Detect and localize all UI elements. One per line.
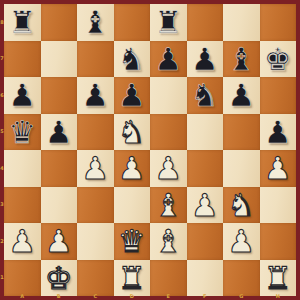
square-g2[interactable]: ♟ (223, 223, 260, 260)
piece-black-bishop: ♝ (227, 41, 255, 77)
square-h7[interactable]: ♚ (260, 41, 297, 78)
piece-white-pawn: ♟ (264, 150, 292, 186)
square-e5[interactable] (150, 114, 187, 151)
square-h5[interactable]: ♟ (260, 114, 297, 151)
piece-white-bishop: ♝ (154, 223, 182, 259)
square-a8[interactable]: ♜ (4, 4, 41, 41)
rank-label-7: 7 (0, 41, 4, 78)
rank-label-1: 1 (0, 260, 4, 297)
file-label-a: A (4, 293, 41, 300)
piece-white-pawn: ♟ (154, 150, 182, 186)
square-d5[interactable]: ♞ (114, 114, 151, 151)
square-f6[interactable]: ♞ (187, 77, 224, 114)
file-label-b: B (41, 293, 78, 300)
square-c7[interactable] (77, 41, 114, 78)
square-h3[interactable] (260, 187, 297, 224)
square-f2[interactable] (187, 223, 224, 260)
square-d8[interactable] (114, 4, 151, 41)
square-c1[interactable] (77, 260, 114, 297)
rank-label-3: 3 (0, 187, 4, 224)
square-a2[interactable]: ♟ (4, 223, 41, 260)
square-b4[interactable] (41, 150, 78, 187)
square-d1[interactable]: ♜ (114, 260, 151, 297)
file-label-d: D (114, 293, 151, 300)
piece-black-queen: ♛ (8, 114, 36, 150)
rank-label-2: 2 (0, 223, 4, 260)
rank-label-8: 8 (0, 4, 4, 41)
square-b6[interactable] (41, 77, 78, 114)
piece-white-pawn: ♟ (191, 187, 219, 223)
square-e2[interactable]: ♝ (150, 223, 187, 260)
file-label-f: F (187, 293, 224, 300)
chess-board-frame: ♜♝♜♞♟♟♝♚♟♟♟♞♟♛♟♞♟♟♟♟♟♝♟♞♟♟♛♝♟♚♜♜ 8765432… (0, 0, 300, 300)
piece-black-rook: ♜ (8, 4, 36, 40)
square-a5[interactable]: ♛ (4, 114, 41, 151)
piece-white-pawn: ♟ (45, 223, 73, 259)
square-h6[interactable] (260, 77, 297, 114)
square-g6[interactable]: ♟ (223, 77, 260, 114)
square-b2[interactable]: ♟ (41, 223, 78, 260)
piece-black-knight: ♞ (191, 77, 219, 113)
square-g1[interactable] (223, 260, 260, 297)
square-c4[interactable]: ♟ (77, 150, 114, 187)
square-f8[interactable] (187, 4, 224, 41)
square-d2[interactable]: ♛ (114, 223, 151, 260)
square-g3[interactable]: ♞ (223, 187, 260, 224)
square-b3[interactable] (41, 187, 78, 224)
square-e1[interactable] (150, 260, 187, 297)
square-g4[interactable] (223, 150, 260, 187)
square-h1[interactable]: ♜ (260, 260, 297, 297)
square-d4[interactable]: ♟ (114, 150, 151, 187)
square-d7[interactable]: ♞ (114, 41, 151, 78)
square-b8[interactable] (41, 4, 78, 41)
square-a1[interactable] (4, 260, 41, 297)
piece-black-pawn: ♟ (45, 114, 73, 150)
piece-white-pawn: ♟ (81, 150, 109, 186)
square-f4[interactable] (187, 150, 224, 187)
chess-board: ♜♝♜♞♟♟♝♚♟♟♟♞♟♛♟♞♟♟♟♟♟♝♟♞♟♟♛♝♟♚♜♜ (4, 4, 296, 296)
file-label-c: C (77, 293, 114, 300)
piece-white-knight: ♞ (227, 187, 255, 223)
piece-white-bishop: ♝ (154, 187, 182, 223)
piece-white-queen: ♛ (118, 223, 146, 259)
rank-label-6: 6 (0, 77, 4, 114)
piece-black-pawn: ♟ (264, 114, 292, 150)
piece-white-pawn: ♟ (118, 150, 146, 186)
square-a6[interactable]: ♟ (4, 77, 41, 114)
piece-white-knight: ♞ (118, 114, 146, 150)
file-label-e: E (150, 293, 187, 300)
square-b1[interactable]: ♚ (41, 260, 78, 297)
rank-label-5: 5 (0, 114, 4, 151)
square-g5[interactable] (223, 114, 260, 151)
square-c6[interactable]: ♟ (77, 77, 114, 114)
file-label-g: G (223, 293, 260, 300)
square-h2[interactable] (260, 223, 297, 260)
piece-black-king: ♚ (264, 41, 292, 77)
square-e8[interactable]: ♜ (150, 4, 187, 41)
piece-black-pawn: ♟ (81, 77, 109, 113)
piece-black-pawn: ♟ (154, 41, 182, 77)
square-g8[interactable] (223, 4, 260, 41)
square-c8[interactable]: ♝ (77, 4, 114, 41)
piece-white-rook: ♜ (264, 260, 292, 296)
square-f1[interactable] (187, 260, 224, 297)
square-h8[interactable] (260, 4, 297, 41)
square-b7[interactable] (41, 41, 78, 78)
square-d3[interactable] (114, 187, 151, 224)
piece-black-pawn: ♟ (227, 77, 255, 113)
square-c2[interactable] (77, 223, 114, 260)
rank-label-4: 4 (0, 150, 4, 187)
piece-white-king: ♚ (45, 260, 73, 296)
square-a4[interactable] (4, 150, 41, 187)
piece-white-pawn: ♟ (8, 223, 36, 259)
square-g7[interactable]: ♝ (223, 41, 260, 78)
square-h4[interactable]: ♟ (260, 150, 297, 187)
square-a7[interactable] (4, 41, 41, 78)
piece-black-pawn: ♟ (8, 77, 36, 113)
square-b5[interactable]: ♟ (41, 114, 78, 151)
square-e3[interactable]: ♝ (150, 187, 187, 224)
piece-black-rook: ♜ (154, 4, 182, 40)
piece-white-pawn: ♟ (227, 223, 255, 259)
square-a3[interactable] (4, 187, 41, 224)
piece-black-pawn: ♟ (118, 77, 146, 113)
square-f5[interactable] (187, 114, 224, 151)
square-e6[interactable] (150, 77, 187, 114)
square-d6[interactable]: ♟ (114, 77, 151, 114)
piece-black-bishop: ♝ (81, 4, 109, 40)
square-f3[interactable]: ♟ (187, 187, 224, 224)
file-label-h: H (260, 293, 297, 300)
piece-black-knight: ♞ (118, 41, 146, 77)
square-e7[interactable]: ♟ (150, 41, 187, 78)
piece-white-rook: ♜ (118, 260, 146, 296)
square-c5[interactable] (77, 114, 114, 151)
square-f7[interactable]: ♟ (187, 41, 224, 78)
piece-black-pawn: ♟ (191, 41, 219, 77)
square-c3[interactable] (77, 187, 114, 224)
square-e4[interactable]: ♟ (150, 150, 187, 187)
